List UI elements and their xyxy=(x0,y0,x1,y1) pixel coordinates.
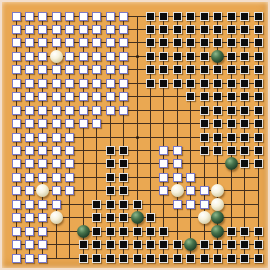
white-territory-marker[interactable] xyxy=(186,173,195,182)
hoshi-point xyxy=(136,136,139,139)
white-territory-marker[interactable] xyxy=(12,213,21,222)
white-territory-marker[interactable] xyxy=(173,146,182,155)
white-stone[interactable] xyxy=(211,184,224,197)
white-territory-marker[interactable] xyxy=(38,12,47,21)
black-territory-marker[interactable] xyxy=(227,12,236,21)
black-territory-marker[interactable] xyxy=(119,146,128,155)
black-territory-marker[interactable] xyxy=(133,254,142,263)
black-territory-marker[interactable] xyxy=(200,65,209,74)
white-territory-marker[interactable] xyxy=(79,119,88,128)
black-territory-marker[interactable] xyxy=(240,119,249,128)
black-territory-marker[interactable] xyxy=(240,79,249,88)
white-territory-marker[interactable] xyxy=(38,92,47,101)
black-territory-marker[interactable] xyxy=(106,254,115,263)
white-territory-marker[interactable] xyxy=(12,159,21,168)
white-territory-marker[interactable] xyxy=(12,173,21,182)
black-territory-marker[interactable] xyxy=(254,240,263,249)
white-territory-marker[interactable] xyxy=(12,200,21,209)
white-territory-marker[interactable] xyxy=(25,12,34,21)
white-territory-marker[interactable] xyxy=(52,159,61,168)
black-territory-marker[interactable] xyxy=(133,240,142,249)
black-stone[interactable] xyxy=(131,211,144,224)
white-territory-marker[interactable] xyxy=(52,25,61,34)
white-territory-marker[interactable] xyxy=(38,133,47,142)
black-territory-marker[interactable] xyxy=(186,79,195,88)
white-territory-marker[interactable] xyxy=(186,200,195,209)
white-stone[interactable] xyxy=(50,211,63,224)
white-territory-marker[interactable] xyxy=(106,92,115,101)
black-territory-marker[interactable] xyxy=(254,65,263,74)
black-territory-marker[interactable] xyxy=(106,227,115,236)
black-territory-marker[interactable] xyxy=(254,25,263,34)
white-territory-marker[interactable] xyxy=(38,173,47,182)
white-territory-marker[interactable] xyxy=(12,254,21,263)
black-territory-marker[interactable] xyxy=(213,106,222,115)
black-territory-marker[interactable] xyxy=(240,52,249,61)
white-territory-marker[interactable] xyxy=(186,186,195,195)
white-territory-marker[interactable] xyxy=(52,106,61,115)
white-territory-marker[interactable] xyxy=(119,65,128,74)
white-territory-marker[interactable] xyxy=(52,146,61,155)
black-territory-marker[interactable] xyxy=(254,119,263,128)
black-territory-marker[interactable] xyxy=(173,79,182,88)
black-territory-marker[interactable] xyxy=(119,186,128,195)
white-territory-marker[interactable] xyxy=(52,133,61,142)
black-stone[interactable] xyxy=(211,211,224,224)
black-territory-marker[interactable] xyxy=(106,213,115,222)
black-territory-marker[interactable] xyxy=(106,173,115,182)
white-territory-marker[interactable] xyxy=(119,79,128,88)
white-territory-marker[interactable] xyxy=(119,106,128,115)
black-territory-marker[interactable] xyxy=(146,65,155,74)
white-territory-marker[interactable] xyxy=(12,186,21,195)
black-territory-marker[interactable] xyxy=(146,227,155,236)
black-territory-marker[interactable] xyxy=(186,65,195,74)
black-territory-marker[interactable] xyxy=(240,146,249,155)
white-territory-marker[interactable] xyxy=(79,12,88,21)
black-territory-marker[interactable] xyxy=(254,227,263,236)
white-territory-marker[interactable] xyxy=(65,65,74,74)
black-territory-marker[interactable] xyxy=(119,213,128,222)
black-territory-marker[interactable] xyxy=(92,240,101,249)
black-territory-marker[interactable] xyxy=(240,254,249,263)
black-territory-marker[interactable] xyxy=(173,52,182,61)
white-territory-marker[interactable] xyxy=(25,92,34,101)
white-territory-marker[interactable] xyxy=(52,38,61,47)
white-territory-marker[interactable] xyxy=(65,146,74,155)
black-territory-marker[interactable] xyxy=(240,38,249,47)
white-territory-marker[interactable] xyxy=(92,52,101,61)
black-territory-marker[interactable] xyxy=(200,79,209,88)
black-territory-marker[interactable] xyxy=(159,240,168,249)
black-territory-marker[interactable] xyxy=(159,25,168,34)
white-territory-marker[interactable] xyxy=(25,173,34,182)
white-territory-marker[interactable] xyxy=(92,12,101,21)
black-territory-marker[interactable] xyxy=(227,240,236,249)
white-territory-marker[interactable] xyxy=(12,133,21,142)
black-territory-marker[interactable] xyxy=(186,92,195,101)
black-territory-marker[interactable] xyxy=(79,254,88,263)
black-territory-marker[interactable] xyxy=(200,106,209,115)
white-territory-marker[interactable] xyxy=(79,65,88,74)
black-territory-marker[interactable] xyxy=(227,146,236,155)
black-territory-marker[interactable] xyxy=(200,254,209,263)
white-territory-marker[interactable] xyxy=(25,65,34,74)
black-territory-marker[interactable] xyxy=(240,240,249,249)
black-territory-marker[interactable] xyxy=(227,38,236,47)
black-territory-marker[interactable] xyxy=(240,92,249,101)
black-territory-marker[interactable] xyxy=(200,240,209,249)
black-territory-marker[interactable] xyxy=(213,38,222,47)
black-territory-marker[interactable] xyxy=(146,213,155,222)
black-territory-marker[interactable] xyxy=(159,52,168,61)
black-territory-marker[interactable] xyxy=(240,227,249,236)
white-territory-marker[interactable] xyxy=(65,133,74,142)
black-territory-marker[interactable] xyxy=(146,79,155,88)
black-territory-marker[interactable] xyxy=(119,200,128,209)
black-territory-marker[interactable] xyxy=(200,52,209,61)
white-territory-marker[interactable] xyxy=(106,25,115,34)
black-territory-marker[interactable] xyxy=(227,133,236,142)
black-territory-marker[interactable] xyxy=(213,92,222,101)
white-territory-marker[interactable] xyxy=(200,200,209,209)
white-territory-marker[interactable] xyxy=(38,65,47,74)
black-territory-marker[interactable] xyxy=(106,200,115,209)
white-territory-marker[interactable] xyxy=(38,213,47,222)
black-territory-marker[interactable] xyxy=(119,173,128,182)
black-territory-marker[interactable] xyxy=(146,25,155,34)
white-territory-marker[interactable] xyxy=(38,79,47,88)
black-territory-marker[interactable] xyxy=(227,25,236,34)
white-territory-marker[interactable] xyxy=(12,106,21,115)
black-territory-marker[interactable] xyxy=(213,25,222,34)
white-territory-marker[interactable] xyxy=(159,173,168,182)
white-territory-marker[interactable] xyxy=(106,52,115,61)
white-territory-marker[interactable] xyxy=(38,227,47,236)
white-territory-marker[interactable] xyxy=(12,25,21,34)
black-territory-marker[interactable] xyxy=(186,254,195,263)
white-territory-marker[interactable] xyxy=(79,92,88,101)
black-stone[interactable] xyxy=(211,50,224,63)
black-territory-marker[interactable] xyxy=(213,65,222,74)
white-territory-marker[interactable] xyxy=(25,186,34,195)
black-territory-marker[interactable] xyxy=(200,92,209,101)
black-territory-marker[interactable] xyxy=(227,65,236,74)
black-territory-marker[interactable] xyxy=(227,254,236,263)
white-territory-marker[interactable] xyxy=(65,92,74,101)
white-territory-marker[interactable] xyxy=(38,200,47,209)
black-territory-marker[interactable] xyxy=(240,65,249,74)
black-territory-marker[interactable] xyxy=(173,38,182,47)
black-territory-marker[interactable] xyxy=(159,79,168,88)
white-territory-marker[interactable] xyxy=(38,52,47,61)
white-territory-marker[interactable] xyxy=(92,25,101,34)
white-territory-marker[interactable] xyxy=(65,186,74,195)
black-stone[interactable] xyxy=(77,225,90,238)
black-territory-marker[interactable] xyxy=(254,12,263,21)
black-territory-marker[interactable] xyxy=(240,106,249,115)
black-territory-marker[interactable] xyxy=(146,240,155,249)
white-territory-marker[interactable] xyxy=(92,106,101,115)
white-territory-marker[interactable] xyxy=(12,79,21,88)
white-territory-marker[interactable] xyxy=(79,25,88,34)
white-territory-marker[interactable] xyxy=(38,25,47,34)
black-territory-marker[interactable] xyxy=(159,227,168,236)
white-territory-marker[interactable] xyxy=(52,79,61,88)
white-stone[interactable] xyxy=(211,198,224,211)
black-territory-marker[interactable] xyxy=(159,38,168,47)
black-territory-marker[interactable] xyxy=(173,12,182,21)
white-territory-marker[interactable] xyxy=(25,146,34,155)
white-territory-marker[interactable] xyxy=(12,146,21,155)
black-territory-marker[interactable] xyxy=(213,133,222,142)
black-territory-marker[interactable] xyxy=(106,146,115,155)
white-territory-marker[interactable] xyxy=(25,200,34,209)
white-territory-marker[interactable] xyxy=(52,12,61,21)
black-territory-marker[interactable] xyxy=(200,12,209,21)
white-territory-marker[interactable] xyxy=(25,213,34,222)
black-territory-marker[interactable] xyxy=(227,119,236,128)
white-territory-marker[interactable] xyxy=(25,38,34,47)
black-territory-marker[interactable] xyxy=(173,240,182,249)
black-territory-marker[interactable] xyxy=(227,106,236,115)
white-territory-marker[interactable] xyxy=(12,38,21,47)
white-territory-marker[interactable] xyxy=(38,240,47,249)
black-territory-marker[interactable] xyxy=(200,119,209,128)
black-stone[interactable] xyxy=(225,157,238,170)
white-territory-marker[interactable] xyxy=(65,12,74,21)
black-territory-marker[interactable] xyxy=(227,52,236,61)
white-territory-marker[interactable] xyxy=(65,25,74,34)
white-territory-marker[interactable] xyxy=(38,159,47,168)
white-stone[interactable] xyxy=(198,211,211,224)
black-territory-marker[interactable] xyxy=(200,38,209,47)
white-territory-marker[interactable] xyxy=(65,106,74,115)
white-territory-marker[interactable] xyxy=(12,119,21,128)
black-territory-marker[interactable] xyxy=(173,25,182,34)
go-board[interactable] xyxy=(0,0,270,270)
white-territory-marker[interactable] xyxy=(92,119,101,128)
black-territory-marker[interactable] xyxy=(159,254,168,263)
black-territory-marker[interactable] xyxy=(186,52,195,61)
white-territory-marker[interactable] xyxy=(12,92,21,101)
black-territory-marker[interactable] xyxy=(173,254,182,263)
white-territory-marker[interactable] xyxy=(52,186,61,195)
white-territory-marker[interactable] xyxy=(79,79,88,88)
black-territory-marker[interactable] xyxy=(92,254,101,263)
white-territory-marker[interactable] xyxy=(106,12,115,21)
black-territory-marker[interactable] xyxy=(213,254,222,263)
white-territory-marker[interactable] xyxy=(65,79,74,88)
black-territory-marker[interactable] xyxy=(213,119,222,128)
white-territory-marker[interactable] xyxy=(52,173,61,182)
white-territory-marker[interactable] xyxy=(79,38,88,47)
black-territory-marker[interactable] xyxy=(227,79,236,88)
white-territory-marker[interactable] xyxy=(12,65,21,74)
white-territory-marker[interactable] xyxy=(119,12,128,21)
black-territory-marker[interactable] xyxy=(159,65,168,74)
white-territory-marker[interactable] xyxy=(12,227,21,236)
black-territory-marker[interactable] xyxy=(240,159,249,168)
white-territory-marker[interactable] xyxy=(25,159,34,168)
white-territory-marker[interactable] xyxy=(159,186,168,195)
black-territory-marker[interactable] xyxy=(106,186,115,195)
white-territory-marker[interactable] xyxy=(106,79,115,88)
white-territory-marker[interactable] xyxy=(65,119,74,128)
white-stone[interactable] xyxy=(50,50,63,63)
white-territory-marker[interactable] xyxy=(52,92,61,101)
white-territory-marker[interactable] xyxy=(12,240,21,249)
hoshi-point xyxy=(136,55,139,58)
black-territory-marker[interactable] xyxy=(159,12,168,21)
black-territory-marker[interactable] xyxy=(227,227,236,236)
black-territory-marker[interactable] xyxy=(146,254,155,263)
white-territory-marker[interactable] xyxy=(52,65,61,74)
black-territory-marker[interactable] xyxy=(200,25,209,34)
white-territory-marker[interactable] xyxy=(12,52,21,61)
black-territory-marker[interactable] xyxy=(79,240,88,249)
black-territory-marker[interactable] xyxy=(133,200,142,209)
black-territory-marker[interactable] xyxy=(254,92,263,101)
black-territory-marker[interactable] xyxy=(240,25,249,34)
black-territory-marker[interactable] xyxy=(213,240,222,249)
white-territory-marker[interactable] xyxy=(119,25,128,34)
white-territory-marker[interactable] xyxy=(25,106,34,115)
white-territory-marker[interactable] xyxy=(92,38,101,47)
white-territory-marker[interactable] xyxy=(25,119,34,128)
black-territory-marker[interactable] xyxy=(254,254,263,263)
white-territory-marker[interactable] xyxy=(119,92,128,101)
black-territory-marker[interactable] xyxy=(227,92,236,101)
white-territory-marker[interactable] xyxy=(38,106,47,115)
black-territory-marker[interactable] xyxy=(254,38,263,47)
black-territory-marker[interactable] xyxy=(186,25,195,34)
white-territory-marker[interactable] xyxy=(65,173,74,182)
black-territory-marker[interactable] xyxy=(240,133,249,142)
white-territory-marker[interactable] xyxy=(65,159,74,168)
black-territory-marker[interactable] xyxy=(133,227,142,236)
white-territory-marker[interactable] xyxy=(119,38,128,47)
white-territory-marker[interactable] xyxy=(106,65,115,74)
black-territory-marker[interactable] xyxy=(119,227,128,236)
white-territory-marker[interactable] xyxy=(159,146,168,155)
white-territory-marker[interactable] xyxy=(92,65,101,74)
white-territory-marker[interactable] xyxy=(173,200,182,209)
black-territory-marker[interactable] xyxy=(146,12,155,21)
white-territory-marker[interactable] xyxy=(106,38,115,47)
white-territory-marker[interactable] xyxy=(38,146,47,155)
white-territory-marker[interactable] xyxy=(173,173,182,182)
black-territory-marker[interactable] xyxy=(146,38,155,47)
black-stone[interactable] xyxy=(211,225,224,238)
black-territory-marker[interactable] xyxy=(254,79,263,88)
white-territory-marker[interactable] xyxy=(173,159,182,168)
white-territory-marker[interactable] xyxy=(159,159,168,168)
white-territory-marker[interactable] xyxy=(52,119,61,128)
white-territory-marker[interactable] xyxy=(25,79,34,88)
black-territory-marker[interactable] xyxy=(254,146,263,155)
black-territory-marker[interactable] xyxy=(254,106,263,115)
white-territory-marker[interactable] xyxy=(92,79,101,88)
white-territory-marker[interactable] xyxy=(12,12,21,21)
black-territory-marker[interactable] xyxy=(119,254,128,263)
black-territory-marker[interactable] xyxy=(254,52,263,61)
white-territory-marker[interactable] xyxy=(38,38,47,47)
white-territory-marker[interactable] xyxy=(38,254,47,263)
white-territory-marker[interactable] xyxy=(25,25,34,34)
black-stone[interactable] xyxy=(184,238,197,251)
white-territory-marker[interactable] xyxy=(92,92,101,101)
black-territory-marker[interactable] xyxy=(186,12,195,21)
black-territory-marker[interactable] xyxy=(200,133,209,142)
black-territory-marker[interactable] xyxy=(92,227,101,236)
white-territory-marker[interactable] xyxy=(79,52,88,61)
black-territory-marker[interactable] xyxy=(106,159,115,168)
black-territory-marker[interactable] xyxy=(92,213,101,222)
black-territory-marker[interactable] xyxy=(213,146,222,155)
white-territory-marker[interactable] xyxy=(79,106,88,115)
black-territory-marker[interactable] xyxy=(200,146,209,155)
black-territory-marker[interactable] xyxy=(106,240,115,249)
black-territory-marker[interactable] xyxy=(254,159,263,168)
black-territory-marker[interactable] xyxy=(186,38,195,47)
white-territory-marker[interactable] xyxy=(25,133,34,142)
black-territory-marker[interactable] xyxy=(146,52,155,61)
white-territory-marker[interactable] xyxy=(65,52,74,61)
white-stone[interactable] xyxy=(36,184,49,197)
white-territory-marker[interactable] xyxy=(25,240,34,249)
white-stone[interactable] xyxy=(171,184,184,197)
black-territory-marker[interactable] xyxy=(119,240,128,249)
white-territory-marker[interactable] xyxy=(38,119,47,128)
white-territory-marker[interactable] xyxy=(25,227,34,236)
black-territory-marker[interactable] xyxy=(92,200,101,209)
white-territory-marker[interactable] xyxy=(65,38,74,47)
white-territory-marker[interactable] xyxy=(200,186,209,195)
white-territory-marker[interactable] xyxy=(106,106,115,115)
white-territory-marker[interactable] xyxy=(119,52,128,61)
black-territory-marker[interactable] xyxy=(254,133,263,142)
black-territory-marker[interactable] xyxy=(240,12,249,21)
white-territory-marker[interactable] xyxy=(52,200,61,209)
black-territory-marker[interactable] xyxy=(213,79,222,88)
white-territory-marker[interactable] xyxy=(25,254,34,263)
black-territory-marker[interactable] xyxy=(213,12,222,21)
white-territory-marker[interactable] xyxy=(25,52,34,61)
black-territory-marker[interactable] xyxy=(173,65,182,74)
black-territory-marker[interactable] xyxy=(119,159,128,168)
